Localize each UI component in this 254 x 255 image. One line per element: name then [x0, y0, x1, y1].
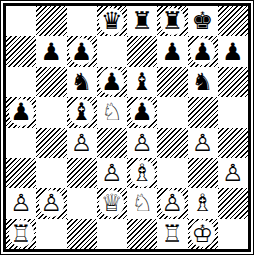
square-a5[interactable]: ♟ — [6, 97, 36, 127]
white-pawn-f2: ♙ — [160, 190, 185, 217]
square-g7[interactable]: ♟ — [188, 36, 218, 66]
square-g3[interactable] — [188, 158, 218, 188]
square-a2[interactable]: ♙ — [6, 188, 36, 218]
square-e6[interactable]: ♝ — [127, 67, 157, 97]
square-f3[interactable] — [157, 158, 187, 188]
white-pawn-b2: ♙ — [39, 190, 64, 217]
square-b1[interactable] — [36, 219, 66, 249]
square-b6[interactable] — [36, 67, 66, 97]
white-pawn-d3: ♙ — [99, 160, 124, 187]
white-knight-e2: ♘ — [130, 190, 155, 217]
square-c6[interactable]: ♞ — [67, 67, 97, 97]
square-e7[interactable] — [127, 36, 157, 66]
square-d4[interactable] — [97, 128, 127, 158]
square-e2[interactable]: ♘ — [127, 188, 157, 218]
square-a3[interactable] — [6, 158, 36, 188]
square-c5[interactable]: ♝ — [67, 97, 97, 127]
square-e5[interactable]: ♟ — [127, 97, 157, 127]
white-pawn-h3: ♙ — [220, 160, 245, 187]
black-pawn-f7: ♟ — [160, 38, 185, 65]
square-h7[interactable]: ♟ — [218, 36, 248, 66]
black-pawn-a5: ♟ — [9, 99, 34, 126]
black-knight-c6: ♞ — [69, 68, 94, 95]
white-bishop-e3: ♗ — [130, 160, 155, 187]
square-h3[interactable]: ♙ — [218, 158, 248, 188]
square-f5[interactable] — [157, 97, 187, 127]
black-king-g8: ♚ — [190, 8, 215, 35]
square-f1[interactable]: ♖ — [157, 219, 187, 249]
square-e4[interactable]: ♙ — [127, 128, 157, 158]
white-bishop-g2: ♗ — [190, 190, 215, 217]
square-a7[interactable] — [6, 36, 36, 66]
square-g1[interactable]: ♔ — [188, 219, 218, 249]
square-f2[interactable]: ♙ — [157, 188, 187, 218]
black-pawn-c7: ♟ — [69, 38, 94, 65]
square-h1[interactable] — [218, 219, 248, 249]
square-d3[interactable]: ♙ — [97, 158, 127, 188]
square-g8[interactable]: ♚ — [188, 6, 218, 36]
square-e3[interactable]: ♗ — [127, 158, 157, 188]
chess-diagram: ♛♜♜♚♟♟♟♟♟♞♟♝♞♟♝♘♟♙♙♙♙♗♙♙♙♕♘♙♗♖♖♔ — [0, 0, 254, 255]
white-king-g1: ♔ — [190, 220, 215, 247]
square-h5[interactable] — [218, 97, 248, 127]
square-d7[interactable] — [97, 36, 127, 66]
square-f6[interactable] — [157, 67, 187, 97]
square-d8[interactable]: ♛ — [97, 6, 127, 36]
black-pawn-d6: ♟ — [99, 68, 124, 95]
black-pawn-b7: ♟ — [39, 38, 64, 65]
square-h4[interactable] — [218, 128, 248, 158]
square-b5[interactable] — [36, 97, 66, 127]
square-b7[interactable]: ♟ — [36, 36, 66, 66]
black-knight-g6: ♞ — [190, 68, 215, 95]
black-bishop-e6: ♝ — [130, 68, 155, 95]
board-frame: ♛♜♜♚♟♟♟♟♟♞♟♝♞♟♝♘♟♙♙♙♙♗♙♙♙♕♘♙♗♖♖♔ — [3, 3, 251, 252]
black-rook-e8: ♜ — [130, 8, 155, 35]
white-rook-f1: ♖ — [160, 220, 185, 247]
square-h2[interactable] — [218, 188, 248, 218]
square-c7[interactable]: ♟ — [67, 36, 97, 66]
square-b4[interactable] — [36, 128, 66, 158]
square-g2[interactable]: ♗ — [188, 188, 218, 218]
white-pawn-g4: ♙ — [190, 129, 215, 156]
white-pawn-a2: ♙ — [9, 190, 34, 217]
black-bishop-c5: ♝ — [69, 99, 94, 126]
square-a8[interactable] — [6, 6, 36, 36]
white-pawn-c4: ♙ — [69, 129, 94, 156]
square-h6[interactable] — [218, 67, 248, 97]
white-queen-d2: ♕ — [99, 190, 124, 217]
square-c8[interactable] — [67, 6, 97, 36]
black-queen-d8: ♛ — [99, 8, 124, 35]
black-pawn-g7: ♟ — [190, 38, 215, 65]
black-rook-f8: ♜ — [160, 8, 185, 35]
white-pawn-e4: ♙ — [130, 129, 155, 156]
board: ♛♜♜♚♟♟♟♟♟♞♟♝♞♟♝♘♟♙♙♙♙♗♙♙♙♕♘♙♗♖♖♔ — [6, 6, 248, 249]
square-g4[interactable]: ♙ — [188, 128, 218, 158]
square-d2[interactable]: ♕ — [97, 188, 127, 218]
square-d1[interactable] — [97, 219, 127, 249]
square-g5[interactable] — [188, 97, 218, 127]
square-b3[interactable] — [36, 158, 66, 188]
square-f7[interactable]: ♟ — [157, 36, 187, 66]
square-f8[interactable]: ♜ — [157, 6, 187, 36]
square-c2[interactable] — [67, 188, 97, 218]
square-c4[interactable]: ♙ — [67, 128, 97, 158]
black-pawn-h7: ♟ — [220, 38, 245, 65]
square-d6[interactable]: ♟ — [97, 67, 127, 97]
square-d5[interactable]: ♘ — [97, 97, 127, 127]
square-b8[interactable] — [36, 6, 66, 36]
square-g6[interactable]: ♞ — [188, 67, 218, 97]
square-c1[interactable] — [67, 219, 97, 249]
square-a1[interactable]: ♖ — [6, 219, 36, 249]
square-f4[interactable] — [157, 128, 187, 158]
white-knight-d5: ♘ — [99, 99, 124, 126]
white-rook-a1: ♖ — [9, 220, 34, 247]
square-b2[interactable]: ♙ — [36, 188, 66, 218]
square-h8[interactable] — [218, 6, 248, 36]
square-e1[interactable] — [127, 219, 157, 249]
square-a6[interactable] — [6, 67, 36, 97]
square-e8[interactable]: ♜ — [127, 6, 157, 36]
square-c3[interactable] — [67, 158, 97, 188]
black-pawn-e5: ♟ — [130, 99, 155, 126]
square-a4[interactable] — [6, 128, 36, 158]
